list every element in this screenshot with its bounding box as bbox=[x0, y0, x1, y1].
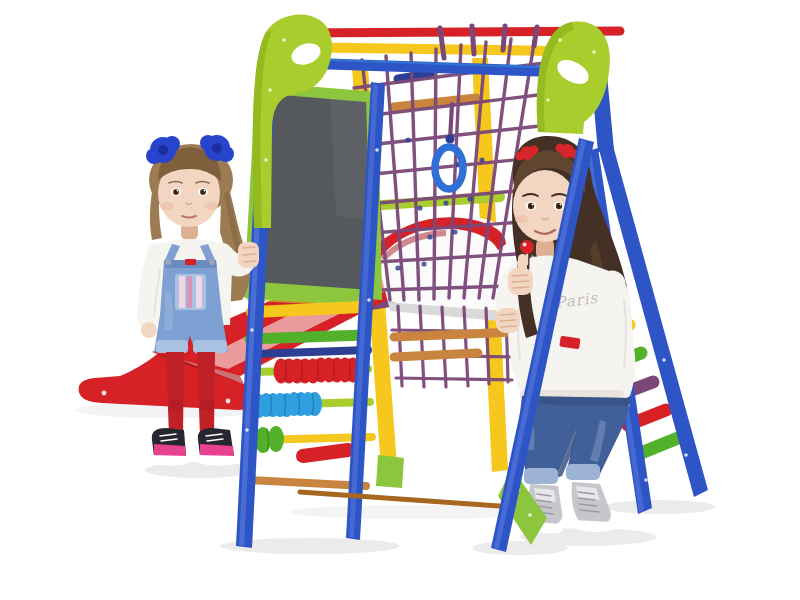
pocket-lace bbox=[179, 276, 202, 308]
bib-tag bbox=[185, 259, 196, 265]
rung-wood-bottom bbox=[248, 480, 366, 486]
hand-on-rail bbox=[238, 242, 259, 268]
cuff-left bbox=[524, 468, 558, 484]
photo-stage: Paris bbox=[0, 0, 800, 600]
hand-right bbox=[141, 322, 157, 338]
ladder-rung-green-2 bbox=[641, 438, 678, 453]
cuff-left bbox=[156, 340, 188, 353]
rung-red bbox=[303, 450, 348, 456]
scene-illustration: Paris bbox=[0, 0, 800, 600]
rung-green bbox=[250, 335, 366, 339]
cuff-right bbox=[566, 464, 600, 480]
shoe-right bbox=[197, 428, 236, 466]
rung-navy bbox=[254, 350, 368, 354]
sleeve-right bbox=[148, 254, 158, 318]
shoe-right-silver bbox=[572, 482, 613, 532]
rear-post-foot bbox=[376, 455, 404, 488]
cuff-right bbox=[193, 340, 227, 353]
abacus-red-beads bbox=[274, 358, 361, 384]
shoe-left bbox=[151, 428, 187, 466]
fist-lower bbox=[496, 308, 520, 333]
lollipop bbox=[520, 240, 534, 254]
thumb bbox=[518, 254, 527, 272]
rung-yellow bbox=[252, 307, 362, 312]
